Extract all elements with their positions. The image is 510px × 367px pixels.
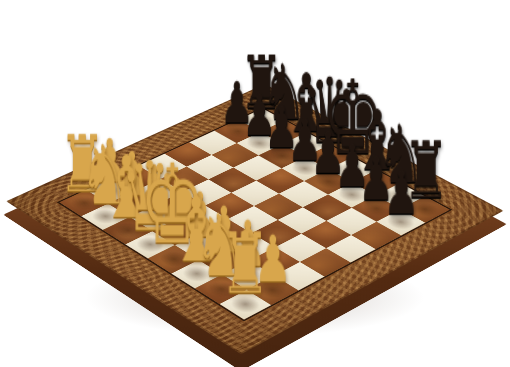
white-rook-h1[interactable]: ♜ bbox=[219, 289, 271, 319]
board-frame: ♜♞♝♛♚♝♞♜♟♟♟♟♟♟♟♟♟♟♟♟♟♟♟♟♜♞♝♛♚♝♞♜ bbox=[6, 84, 503, 354]
square-h1[interactable]: ♜ bbox=[219, 289, 271, 319]
scene: ♜♞♝♛♚♝♞♜♟♟♟♟♟♟♟♟♟♟♟♟♟♟♟♟♜♞♝♛♚♝♞♜ bbox=[0, 0, 510, 367]
white-rook-icon: ♜ bbox=[220, 221, 270, 305]
chess-board: ♜♞♝♛♚♝♞♜♟♟♟♟♟♟♟♟♟♟♟♟♟♟♟♟♜♞♝♛♚♝♞♜ bbox=[6, 84, 503, 354]
black-pawn-icon: ♟ bbox=[383, 161, 419, 222]
product-photo-chess-set: ♜♞♝♛♚♝♞♜♟♟♟♟♟♟♟♟♟♟♟♟♟♟♟♟♜♞♝♛♚♝♞♜ bbox=[0, 0, 510, 367]
